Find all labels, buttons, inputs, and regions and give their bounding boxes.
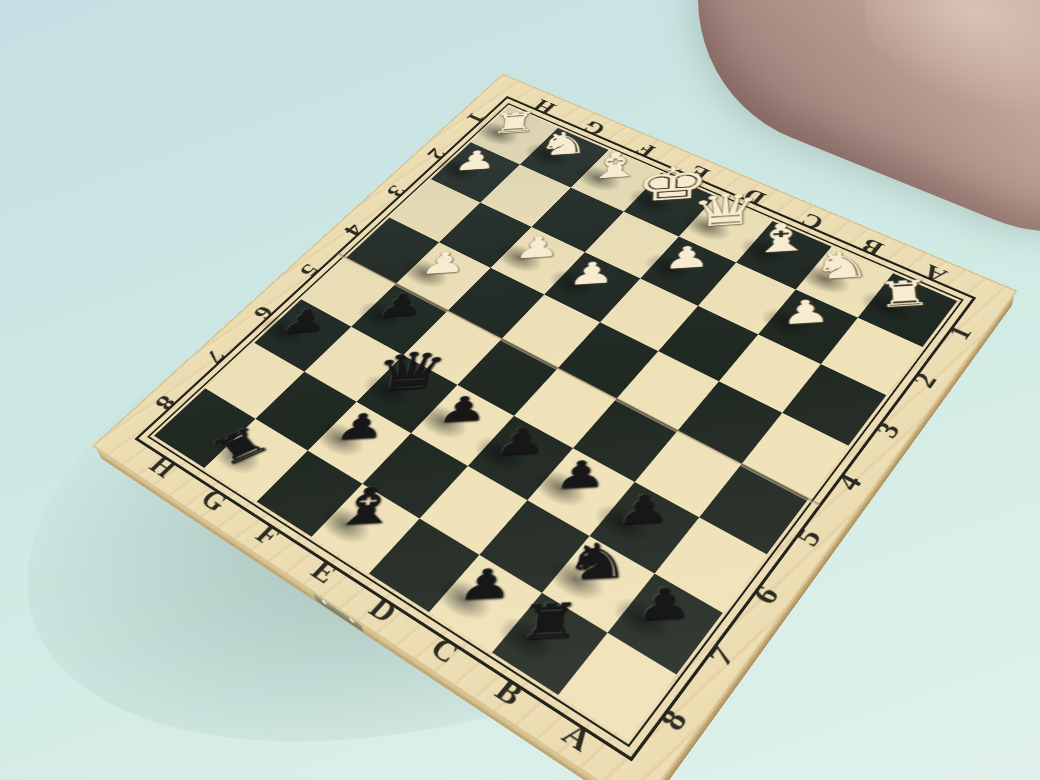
white-pawn-g4[interactable]: ♟ — [408, 246, 479, 279]
white-rook-a1[interactable]: ♜ — [867, 275, 942, 314]
black-pawn-g5[interactable]: ♟ — [363, 288, 436, 323]
white-pawn-h2[interactable]: ♟ — [442, 146, 509, 176]
black-pawn-h6[interactable]: ♟ — [267, 304, 342, 339]
white-pawn-d2[interactable]: ♟ — [652, 241, 721, 275]
coord-label-8: 8 — [127, 375, 205, 433]
white-pawn-e3[interactable]: ♟ — [556, 256, 626, 290]
photo-canvas: { "game": "chess", "scene": { "descripti… — [0, 0, 1040, 780]
white-pawn-b2[interactable]: ♟ — [770, 294, 843, 330]
white-pawn-f3[interactable]: ♟ — [502, 231, 572, 264]
